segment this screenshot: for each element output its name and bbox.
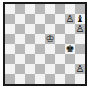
square-f5 [55, 34, 65, 44]
square-b7 [15, 14, 25, 24]
white-pawn: ♙ [66, 14, 75, 24]
square-h8 [75, 4, 85, 14]
square-f1 [55, 74, 65, 84]
white-pawn: ♙ [76, 24, 85, 34]
square-f7 [55, 14, 65, 24]
square-f2 [55, 64, 65, 74]
square-a4 [5, 44, 15, 54]
square-h5 [75, 34, 85, 44]
black-bishop: ♝ [76, 14, 85, 24]
square-a5 [5, 34, 15, 44]
square-c2 [25, 64, 35, 74]
square-b3 [15, 54, 25, 64]
square-f3 [55, 54, 65, 64]
square-e3 [45, 54, 55, 64]
square-c4 [25, 44, 35, 54]
square-c3 [25, 54, 35, 64]
square-d2 [35, 64, 45, 74]
square-e2 [45, 64, 55, 74]
square-h1 [75, 74, 85, 84]
square-e7 [45, 14, 55, 24]
square-a6 [5, 24, 15, 34]
square-a1 [5, 74, 15, 84]
square-c1 [25, 74, 35, 84]
square-g8 [65, 4, 75, 14]
square-g3 [65, 54, 75, 64]
square-g4: ♚ [65, 44, 75, 54]
white-king: ♔ [46, 34, 55, 44]
square-f4 [55, 44, 65, 54]
square-e5: ♔ [45, 34, 55, 44]
square-d8 [35, 4, 45, 14]
square-d5 [35, 34, 45, 44]
square-g2 [65, 64, 75, 74]
square-b2 [15, 64, 25, 74]
square-b1 [15, 74, 25, 84]
square-c8 [25, 4, 35, 14]
square-f6 [55, 24, 65, 34]
square-a2 [5, 64, 15, 74]
square-b5 [15, 34, 25, 44]
square-a3 [5, 54, 15, 64]
square-b8 [15, 4, 25, 14]
square-f8 [55, 4, 65, 14]
square-e4 [45, 44, 55, 54]
square-e6 [45, 24, 55, 34]
white-pawn: ♙ [76, 64, 85, 74]
square-a7 [5, 14, 15, 24]
square-d7 [35, 14, 45, 24]
page-background: ♙♝♙♔♚♙ [0, 0, 90, 88]
square-g5 [65, 34, 75, 44]
square-a8 [5, 4, 15, 14]
square-c5 [25, 34, 35, 44]
chess-board: ♙♝♙♔♚♙ [3, 2, 87, 86]
square-e8 [45, 4, 55, 14]
square-g1 [65, 74, 75, 84]
square-b4 [15, 44, 25, 54]
square-c6 [25, 24, 35, 34]
square-h2: ♙ [75, 64, 85, 74]
square-g6 [65, 24, 75, 34]
black-king: ♚ [66, 44, 75, 54]
square-b6 [15, 24, 25, 34]
square-d1 [35, 74, 45, 84]
square-d3 [35, 54, 45, 64]
square-e1 [45, 74, 55, 84]
square-g7: ♙ [65, 14, 75, 24]
square-d6 [35, 24, 45, 34]
square-h7: ♝ [75, 14, 85, 24]
square-c7 [25, 14, 35, 24]
square-d4 [35, 44, 45, 54]
square-h3 [75, 54, 85, 64]
square-h6: ♙ [75, 24, 85, 34]
square-h4 [75, 44, 85, 54]
